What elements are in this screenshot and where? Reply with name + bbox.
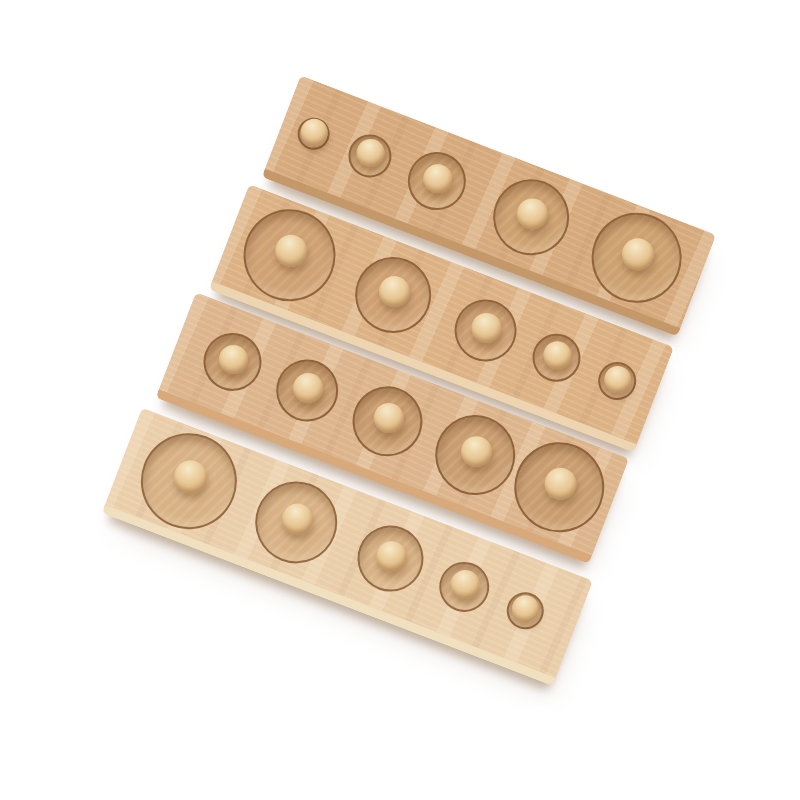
cylinder-block-4-socket-2 bbox=[243, 469, 349, 575]
cylinder-block-3-cylinder-knob-4 bbox=[457, 432, 497, 472]
cylinder-block-3-socket-4 bbox=[424, 403, 527, 506]
cylinder-block-3-socket-1 bbox=[195, 324, 270, 399]
cylinder-block-2-socket-4 bbox=[526, 327, 588, 389]
cylinder-block-1-cylinder-knob-2 bbox=[352, 135, 388, 171]
cylinder-block-2-cylinder-knob-5 bbox=[600, 362, 635, 397]
product-photo-canvas bbox=[0, 0, 800, 800]
cylinder-block-3-socket-5 bbox=[501, 429, 617, 545]
cylinder-block-2-socket-3 bbox=[446, 290, 526, 370]
cylinder-block-4-cylinder-knob-2 bbox=[278, 499, 318, 539]
cylinder-block-2-cylinder-knob-3 bbox=[467, 308, 506, 347]
cylinder-block-3-socket-3 bbox=[342, 376, 432, 466]
cylinder-block-1-socket-3 bbox=[399, 144, 474, 219]
cylinder-block-3-cylinder-knob-2 bbox=[289, 368, 328, 407]
cylinder-block-1-socket-5 bbox=[579, 200, 695, 316]
cylinder-block-1-cylinder-knob-1 bbox=[297, 115, 332, 150]
cylinder-block-4-socket-4 bbox=[432, 555, 497, 620]
cylinder-block-4-socket-3 bbox=[348, 516, 433, 601]
cylinder-block-1-socket-4 bbox=[482, 168, 580, 266]
cylinder-block-2-socket-1 bbox=[230, 196, 349, 315]
cylinder-block-1-cylinder-knob-3 bbox=[419, 160, 456, 197]
cylinder-block-1-cylinder-knob-5 bbox=[617, 233, 658, 274]
cylinder-block-1-socket-2 bbox=[342, 128, 398, 184]
cylinder-block-1-socket-1 bbox=[293, 113, 334, 154]
cylinder-block-4-cylinder-knob-4 bbox=[446, 566, 483, 603]
cylinder-block-2-socket-5 bbox=[593, 356, 642, 405]
cylinder-block-3-cylinder-knob-1 bbox=[215, 341, 252, 378]
cylinder-block-4-socket-5 bbox=[501, 586, 549, 634]
cylinder-block-3-cylinder-knob-3 bbox=[369, 399, 408, 438]
cylinder-block-1-cylinder-knob-4 bbox=[512, 194, 552, 234]
cylinder-block-4-socket-1 bbox=[127, 419, 251, 543]
cylinder-block-4-cylinder-knob-1 bbox=[169, 456, 212, 499]
cylinder-block-2-socket-2 bbox=[344, 246, 442, 344]
cylinder-block-3-socket-2 bbox=[267, 351, 347, 431]
cylinder-block-2-cylinder-knob-1 bbox=[270, 231, 311, 272]
cylinder-block-2-cylinder-knob-2 bbox=[374, 272, 414, 312]
cylinder-block-2-cylinder-knob-4 bbox=[539, 337, 575, 373]
cylinder-block-4-cylinder-knob-5 bbox=[508, 591, 543, 626]
cylinder-block-3-cylinder-knob-5 bbox=[540, 463, 581, 504]
cylinder-block-4-cylinder-knob-3 bbox=[372, 536, 411, 575]
